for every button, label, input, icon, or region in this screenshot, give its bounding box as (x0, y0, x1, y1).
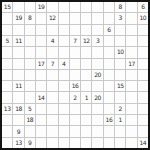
cell-8-1[interactable] (13, 92, 23, 102)
cell-11-2[interactable] (25, 126, 35, 136)
cell-0-9[interactable] (104, 2, 114, 12)
cell-1-5[interactable] (59, 13, 69, 23)
cell-9-8[interactable] (92, 104, 102, 114)
cell-5-12[interactable] (138, 59, 148, 69)
clue-cell-3-1[interactable]: 11 (13, 36, 23, 46)
clue-cell-9-10[interactable]: 2 (115, 104, 125, 114)
cell-1-9[interactable] (104, 13, 114, 23)
cell-7-5[interactable] (59, 81, 69, 91)
cell-10-4[interactable] (47, 115, 57, 125)
cell-6-6[interactable] (70, 70, 80, 80)
cell-1-3[interactable] (36, 13, 46, 23)
clue-cell-1-12[interactable]: 10 (138, 13, 148, 23)
cell-0-8[interactable] (92, 2, 102, 12)
cell-12-4[interactable] (47, 138, 57, 148)
clue-cell-10-9[interactable]: 16 (104, 115, 114, 125)
clue-cell-1-10[interactable]: 3 (115, 13, 125, 23)
clue-cell-0-12[interactable]: 6 (138, 2, 148, 12)
clue-cell-8-8[interactable]: 20 (92, 92, 102, 102)
clue-cell-5-3[interactable]: 17 (36, 59, 46, 69)
clue-cell-3-0[interactable]: 5 (2, 36, 12, 46)
cell-11-6[interactable] (70, 126, 80, 136)
cell-12-6[interactable] (70, 138, 80, 148)
cell-2-2[interactable] (25, 25, 35, 35)
cell-5-2[interactable] (25, 59, 35, 69)
numberlink-board: 1519861981231065114712310177417201116151… (0, 0, 150, 150)
cell-11-3[interactable] (36, 126, 46, 136)
cell-7-2[interactable] (25, 81, 35, 91)
cell-3-2[interactable] (25, 36, 35, 46)
cell-9-12[interactable] (138, 104, 148, 114)
clue-cell-7-1[interactable]: 11 (13, 81, 23, 91)
cell-4-7[interactable] (81, 47, 91, 57)
cell-12-3[interactable] (36, 138, 46, 148)
cell-9-4[interactable] (47, 104, 57, 114)
clue-cell-11-1[interactable]: 9 (13, 126, 23, 136)
cell-10-11[interactable] (126, 115, 136, 125)
cell-5-0[interactable] (2, 59, 12, 69)
cell-5-7[interactable] (81, 59, 91, 69)
cell-1-6[interactable] (70, 13, 80, 23)
cell-2-8[interactable] (92, 25, 102, 35)
clue-cell-12-1[interactable]: 13 (13, 138, 23, 148)
cell-6-11[interactable] (126, 70, 136, 80)
cell-7-9[interactable] (104, 81, 114, 91)
cell-9-11[interactable] (126, 104, 136, 114)
cell-4-2[interactable] (25, 47, 35, 57)
cell-6-4[interactable] (47, 70, 57, 80)
cell-5-1[interactable] (13, 59, 23, 69)
cell-10-8[interactable] (92, 115, 102, 125)
cell-2-7[interactable] (81, 25, 91, 35)
clue-cell-5-4[interactable]: 7 (47, 59, 57, 69)
cell-1-8[interactable] (92, 13, 102, 23)
cell-10-3[interactable] (36, 115, 46, 125)
cell-8-9[interactable] (104, 92, 114, 102)
cell-4-0[interactable] (2, 47, 12, 57)
cell-0-5[interactable] (59, 2, 69, 12)
cell-4-5[interactable] (59, 47, 69, 57)
cell-2-5[interactable] (59, 25, 69, 35)
clue-cell-1-4[interactable]: 12 (47, 13, 57, 23)
cell-9-3[interactable] (36, 104, 46, 114)
clue-cell-9-2[interactable]: 5 (25, 104, 35, 114)
clue-cell-6-8[interactable]: 20 (92, 70, 102, 80)
clue-cell-5-11[interactable]: 17 (126, 59, 136, 69)
cell-7-11[interactable] (126, 81, 136, 91)
cell-11-7[interactable] (81, 126, 91, 136)
cell-8-5[interactable] (59, 92, 69, 102)
cell-1-0[interactable] (2, 13, 12, 23)
clue-cell-0-10[interactable]: 8 (115, 2, 125, 12)
cell-2-1[interactable] (13, 25, 23, 35)
clue-cell-8-6[interactable]: 2 (70, 92, 80, 102)
clue-cell-9-1[interactable]: 18 (13, 104, 23, 114)
cell-9-7[interactable] (81, 104, 91, 114)
cell-11-8[interactable] (92, 126, 102, 136)
clue-cell-12-2[interactable]: 9 (25, 138, 35, 148)
cell-2-4[interactable] (47, 25, 57, 35)
clue-cell-3-4[interactable]: 4 (47, 36, 57, 46)
cell-10-7[interactable] (81, 115, 91, 125)
cell-12-10[interactable] (115, 138, 125, 148)
cell-3-10[interactable] (115, 36, 125, 46)
cell-6-10[interactable] (115, 70, 125, 80)
cell-6-5[interactable] (59, 70, 69, 80)
clue-cell-8-3[interactable]: 14 (36, 92, 46, 102)
clue-cell-2-9[interactable]: 6 (104, 25, 114, 35)
cell-1-7[interactable] (81, 13, 91, 23)
cell-6-0[interactable] (2, 70, 12, 80)
clue-cell-8-7[interactable]: 1 (81, 92, 91, 102)
cell-0-2[interactable] (25, 2, 35, 12)
cell-7-3[interactable] (36, 81, 46, 91)
clue-cell-0-0[interactable]: 15 (2, 2, 12, 12)
cell-4-8[interactable] (92, 47, 102, 57)
clue-cell-7-6[interactable]: 16 (70, 81, 80, 91)
cell-4-9[interactable] (104, 47, 114, 57)
cell-8-0[interactable] (2, 92, 12, 102)
cell-8-10[interactable] (115, 92, 125, 102)
clue-cell-3-6[interactable]: 7 (70, 36, 80, 46)
clue-cell-10-10[interactable]: 1 (115, 115, 125, 125)
cell-5-8[interactable] (92, 59, 102, 69)
cell-2-12[interactable] (138, 25, 148, 35)
cell-5-9[interactable] (104, 59, 114, 69)
cell-6-1[interactable] (13, 70, 23, 80)
cell-4-3[interactable] (36, 47, 46, 57)
cell-5-10[interactable] (115, 59, 125, 69)
cell-12-8[interactable] (92, 138, 102, 148)
clue-cell-5-5[interactable]: 4 (59, 59, 69, 69)
cell-3-5[interactable] (59, 36, 69, 46)
clue-cell-12-12[interactable]: 14 (138, 138, 148, 148)
clue-cell-3-7[interactable]: 12 (81, 36, 91, 46)
cell-8-12[interactable] (138, 92, 148, 102)
cell-10-5[interactable] (59, 115, 69, 125)
cell-4-11[interactable] (126, 47, 136, 57)
cell-3-3[interactable] (36, 36, 46, 46)
cell-4-12[interactable] (138, 47, 148, 57)
cell-3-12[interactable] (138, 36, 148, 46)
cell-11-0[interactable] (2, 126, 12, 136)
cell-2-10[interactable] (115, 25, 125, 35)
cell-12-0[interactable] (2, 138, 12, 148)
cell-12-11[interactable] (126, 138, 136, 148)
clue-cell-7-10[interactable]: 15 (115, 81, 125, 91)
cell-0-6[interactable] (70, 2, 80, 12)
clue-cell-9-0[interactable]: 13 (2, 104, 12, 114)
cell-7-0[interactable] (2, 81, 12, 91)
cell-11-4[interactable] (47, 126, 57, 136)
cell-5-6[interactable] (70, 59, 80, 69)
cell-4-6[interactable] (70, 47, 80, 57)
cell-2-0[interactable] (2, 25, 12, 35)
clue-cell-1-2[interactable]: 8 (25, 13, 35, 23)
cell-3-9[interactable] (104, 36, 114, 46)
cell-0-1[interactable] (13, 2, 23, 12)
cell-8-11[interactable] (126, 92, 136, 102)
cell-10-6[interactable] (70, 115, 80, 125)
cell-6-7[interactable] (81, 70, 91, 80)
cell-11-9[interactable] (104, 126, 114, 136)
cell-11-10[interactable] (115, 126, 125, 136)
cell-2-6[interactable] (70, 25, 80, 35)
cell-9-9[interactable] (104, 104, 114, 114)
clue-cell-3-8[interactable]: 3 (92, 36, 102, 46)
cell-9-5[interactable] (59, 104, 69, 114)
cell-10-12[interactable] (138, 115, 148, 125)
cell-11-12[interactable] (138, 126, 148, 136)
cell-8-4[interactable] (47, 92, 57, 102)
cell-11-5[interactable] (59, 126, 69, 136)
cell-6-9[interactable] (104, 70, 114, 80)
cell-9-6[interactable] (70, 104, 80, 114)
cell-4-4[interactable] (47, 47, 57, 57)
cell-10-1[interactable] (13, 115, 23, 125)
cell-10-0[interactable] (2, 115, 12, 125)
cell-7-8[interactable] (92, 81, 102, 91)
cell-12-5[interactable] (59, 138, 69, 148)
clue-cell-4-10[interactable]: 10 (115, 47, 125, 57)
cell-4-1[interactable] (13, 47, 23, 57)
cell-12-7[interactable] (81, 138, 91, 148)
cell-8-2[interactable] (25, 92, 35, 102)
cell-12-9[interactable] (104, 138, 114, 148)
cell-0-4[interactable] (47, 2, 57, 12)
cell-0-7[interactable] (81, 2, 91, 12)
cell-6-2[interactable] (25, 70, 35, 80)
cell-2-11[interactable] (126, 25, 136, 35)
cell-3-11[interactable] (126, 36, 136, 46)
cell-0-11[interactable] (126, 2, 136, 12)
clue-cell-10-2[interactable]: 18 (25, 115, 35, 125)
cell-7-12[interactable] (138, 81, 148, 91)
clue-cell-0-3[interactable]: 19 (36, 2, 46, 12)
cell-7-7[interactable] (81, 81, 91, 91)
cell-11-11[interactable] (126, 126, 136, 136)
cell-2-3[interactable] (36, 25, 46, 35)
cell-6-3[interactable] (36, 70, 46, 80)
cell-7-4[interactable] (47, 81, 57, 91)
clue-cell-1-1[interactable]: 19 (13, 13, 23, 23)
cell-6-12[interactable] (138, 70, 148, 80)
cell-1-11[interactable] (126, 13, 136, 23)
